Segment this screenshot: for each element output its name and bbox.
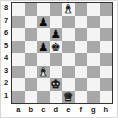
square-b6[interactable] bbox=[25, 28, 38, 41]
file-labels: abcdefgh bbox=[12, 105, 112, 117]
square-f6[interactable] bbox=[75, 28, 88, 41]
square-d2[interactable]: ♚ bbox=[50, 78, 63, 91]
square-b3[interactable] bbox=[25, 66, 38, 79]
file-label-b: b bbox=[25, 105, 38, 117]
square-e2[interactable] bbox=[62, 78, 75, 91]
file-label-d: d bbox=[50, 105, 63, 117]
black-pawn: ♟ bbox=[37, 41, 50, 54]
square-g5[interactable] bbox=[87, 41, 100, 54]
black-pawn: ♟ bbox=[50, 28, 63, 41]
square-g1[interactable] bbox=[87, 91, 100, 104]
file-label-a: a bbox=[12, 105, 25, 117]
square-d6[interactable]: ♟ bbox=[50, 28, 63, 41]
square-e7[interactable] bbox=[62, 16, 75, 29]
square-b2[interactable] bbox=[25, 78, 38, 91]
black-king: ♚ bbox=[50, 41, 63, 54]
square-e4[interactable] bbox=[62, 53, 75, 66]
square-b7[interactable] bbox=[25, 16, 38, 29]
chess-diagram: 87654321 ♝♟♟♟♚♝♚♛ abcdefgh bbox=[0, 0, 118, 118]
square-c2[interactable] bbox=[37, 78, 50, 91]
square-g2[interactable] bbox=[87, 78, 100, 91]
square-a7[interactable] bbox=[12, 16, 25, 29]
square-g4[interactable] bbox=[87, 53, 100, 66]
square-e3[interactable] bbox=[62, 66, 75, 79]
square-c3[interactable]: ♝ bbox=[37, 66, 50, 79]
square-f4[interactable] bbox=[75, 53, 88, 66]
square-f2[interactable] bbox=[75, 78, 88, 91]
square-e8[interactable]: ♝ bbox=[62, 3, 75, 16]
square-e6[interactable] bbox=[62, 28, 75, 41]
square-a6[interactable] bbox=[12, 28, 25, 41]
white-queen: ♛ bbox=[62, 91, 75, 104]
square-h7[interactable] bbox=[100, 16, 113, 29]
square-a3[interactable] bbox=[12, 66, 25, 79]
square-c5[interactable]: ♟ bbox=[37, 41, 50, 54]
white-bishop: ♝ bbox=[62, 3, 75, 16]
square-e5[interactable] bbox=[62, 41, 75, 54]
square-b4[interactable] bbox=[25, 53, 38, 66]
square-a5[interactable] bbox=[12, 41, 25, 54]
file-label-f: f bbox=[75, 105, 88, 117]
square-f7[interactable] bbox=[75, 16, 88, 29]
rank-label-4: 4 bbox=[2, 53, 10, 66]
rank-label-8: 8 bbox=[2, 3, 10, 16]
square-c6[interactable] bbox=[37, 28, 50, 41]
rank-label-3: 3 bbox=[2, 66, 10, 79]
rank-label-2: 2 bbox=[2, 78, 10, 91]
rank-label-1: 1 bbox=[2, 91, 10, 104]
file-label-h: h bbox=[100, 105, 113, 117]
square-d7[interactable] bbox=[50, 16, 63, 29]
chess-board: ♝♟♟♟♚♝♚♛ bbox=[11, 2, 113, 104]
square-f5[interactable] bbox=[75, 41, 88, 54]
square-f3[interactable] bbox=[75, 66, 88, 79]
square-g6[interactable] bbox=[87, 28, 100, 41]
square-h1[interactable] bbox=[100, 91, 113, 104]
square-b8[interactable] bbox=[25, 3, 38, 16]
rank-label-6: 6 bbox=[2, 28, 10, 41]
file-label-e: e bbox=[62, 105, 75, 117]
rank-label-7: 7 bbox=[2, 16, 10, 29]
square-c7[interactable]: ♟ bbox=[37, 16, 50, 29]
white-bishop: ♝ bbox=[37, 66, 50, 79]
square-a4[interactable] bbox=[12, 53, 25, 66]
white-king: ♚ bbox=[50, 78, 63, 91]
square-h3[interactable] bbox=[100, 66, 113, 79]
square-d4[interactable] bbox=[50, 53, 63, 66]
file-label-g: g bbox=[87, 105, 100, 117]
square-g3[interactable] bbox=[87, 66, 100, 79]
black-pawn: ♟ bbox=[37, 16, 50, 29]
square-d8[interactable] bbox=[50, 3, 63, 16]
rank-label-5: 5 bbox=[2, 41, 10, 54]
square-f8[interactable] bbox=[75, 3, 88, 16]
rank-labels: 87654321 bbox=[2, 3, 10, 103]
square-b5[interactable] bbox=[25, 41, 38, 54]
square-b1[interactable] bbox=[25, 91, 38, 104]
square-h8[interactable] bbox=[100, 3, 113, 16]
square-f1[interactable] bbox=[75, 91, 88, 104]
square-c8[interactable] bbox=[37, 3, 50, 16]
square-h4[interactable] bbox=[100, 53, 113, 66]
square-d3[interactable] bbox=[50, 66, 63, 79]
square-e1[interactable]: ♛ bbox=[62, 91, 75, 104]
square-c1[interactable] bbox=[37, 91, 50, 104]
square-h5[interactable] bbox=[100, 41, 113, 54]
square-a1[interactable] bbox=[12, 91, 25, 104]
square-a2[interactable] bbox=[12, 78, 25, 91]
square-h2[interactable] bbox=[100, 78, 113, 91]
square-g7[interactable] bbox=[87, 16, 100, 29]
square-d5[interactable]: ♚ bbox=[50, 41, 63, 54]
square-c4[interactable] bbox=[37, 53, 50, 66]
file-label-c: c bbox=[37, 105, 50, 117]
square-a8[interactable] bbox=[12, 3, 25, 16]
square-d1[interactable] bbox=[50, 91, 63, 104]
square-h6[interactable] bbox=[100, 28, 113, 41]
square-g8[interactable] bbox=[87, 3, 100, 16]
